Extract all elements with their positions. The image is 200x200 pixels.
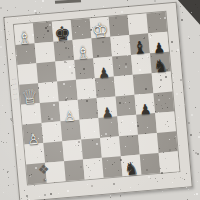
square-d2 <box>81 138 102 160</box>
piece-black-pawn: ♟ <box>153 40 166 55</box>
square-b5 <box>38 81 59 103</box>
square-c4: ♙ <box>59 100 80 122</box>
square-d3 <box>79 118 100 140</box>
square-b7 <box>35 42 56 64</box>
square-a3: ♙ <box>23 123 44 145</box>
square-e2 <box>100 136 121 158</box>
square-b8 <box>33 22 54 44</box>
square-h4 <box>153 91 174 113</box>
ornament-diamond-icon: ❖ <box>31 162 56 177</box>
square-d8 <box>71 18 92 40</box>
square-f2 <box>119 135 140 157</box>
square-g8 <box>128 13 149 35</box>
piece-black-pawn: ♟ <box>139 102 152 117</box>
piece-white-bishop: ♗ <box>17 29 33 47</box>
square-h8 <box>146 12 167 34</box>
square-f5 <box>114 75 135 97</box>
square-f7 <box>110 35 131 57</box>
square-f8 <box>109 15 130 37</box>
chessboard-photo: ⋮⋮⋮⋮⋮ ♗♚♔♗♝♟♟♞♕♙♟♟♙♞ ❖ ∗ <box>0 0 200 200</box>
square-a5: ♕ <box>19 83 40 105</box>
square-f1: ♞ <box>121 155 142 177</box>
square-a8: ♗ <box>14 23 35 45</box>
piece-white-bishop: ♗ <box>75 44 91 62</box>
square-h7: ♟ <box>148 32 169 54</box>
square-f4 <box>116 95 137 117</box>
square-g4: ♟ <box>135 93 156 115</box>
square-h1 <box>159 151 180 173</box>
board-grid: ♗♚♔♗♝♟♟♞♕♙♟♟♙♞ <box>13 11 181 186</box>
square-e8: ♔ <box>90 17 111 39</box>
piece-black-knight: ♞ <box>153 57 169 75</box>
square-f3 <box>117 115 138 137</box>
background-top-mark <box>55 0 81 4</box>
square-e4: ♟ <box>97 96 118 118</box>
square-g7: ♝ <box>129 33 150 55</box>
piece-white-pawn: ♙ <box>63 109 76 124</box>
square-c6 <box>55 60 76 82</box>
corner-ornament: ❖ ∗ <box>31 162 57 184</box>
square-h3 <box>155 111 176 133</box>
square-b6 <box>36 62 57 84</box>
square-b4 <box>40 101 61 123</box>
square-g1 <box>140 153 161 175</box>
piece-white-queen: ♕ <box>21 87 39 108</box>
square-c8: ♚ <box>52 20 73 42</box>
piece-black-knight: ♞ <box>124 160 140 178</box>
piece-white-pawn: ♙ <box>27 132 40 147</box>
square-c2 <box>62 140 83 162</box>
piece-black-pawn: ♟ <box>98 65 111 80</box>
square-d5 <box>76 78 97 100</box>
square-d1 <box>83 158 104 180</box>
piece-black-king: ♚ <box>54 23 72 44</box>
square-d7: ♗ <box>72 38 93 60</box>
piece-black-pawn: ♟ <box>101 105 114 120</box>
square-e1 <box>102 156 123 178</box>
square-e6: ♟ <box>93 57 114 79</box>
square-f6 <box>112 55 133 77</box>
square-d4 <box>78 98 99 120</box>
piece-black-bishop: ♝ <box>132 39 148 57</box>
square-g2 <box>138 133 159 155</box>
square-c5 <box>57 80 78 102</box>
chess-board: ⋮⋮⋮⋮⋮ ♗♚♔♗♝♟♟♞♕♙♟♟♙♞ ❖ ∗ <box>3 2 193 200</box>
square-h2 <box>157 131 178 153</box>
square-b3 <box>42 121 63 143</box>
square-g5 <box>133 73 154 95</box>
square-a6 <box>17 63 38 85</box>
square-b2 <box>43 141 64 163</box>
square-c1 <box>64 160 85 182</box>
piece-white-king: ♔ <box>91 20 109 41</box>
